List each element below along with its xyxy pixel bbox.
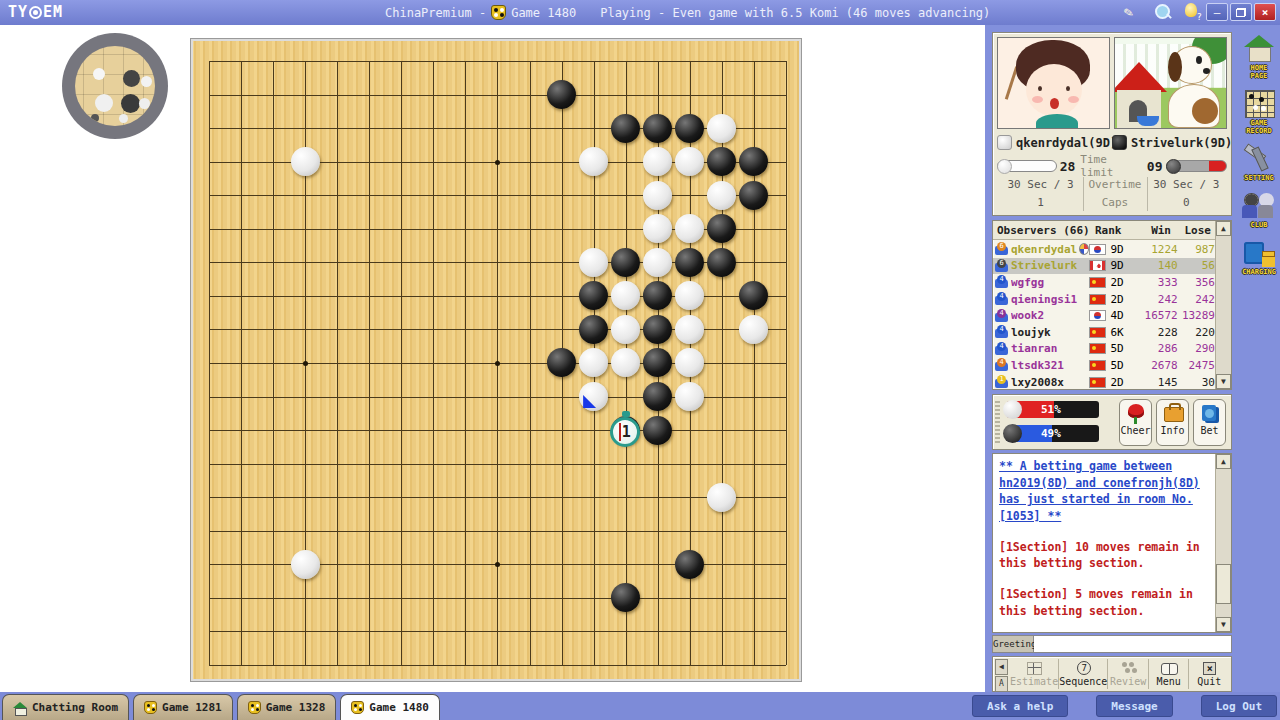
observer-lose: 2475 [1178, 359, 1215, 372]
white-stone [675, 315, 704, 344]
scroll-down-icon[interactable]: ▼ [1216, 617, 1231, 632]
black-stone-icon [1112, 135, 1127, 150]
flag-cn-icon [1089, 360, 1106, 371]
sidebar-item-label: CHARGING [1239, 268, 1279, 276]
house-icon [13, 702, 27, 714]
star-point [303, 361, 308, 366]
board-icon [144, 701, 157, 714]
white-caps: 1 [997, 196, 1084, 209]
observer-win: 333 [1138, 276, 1177, 289]
observer-row[interactable]: 4ltsdk3215D26782475 [993, 357, 1215, 374]
grid-line-h [209, 464, 786, 465]
log-out-button[interactable]: Log Out [1201, 695, 1277, 717]
observers-scrollbar[interactable]: ▲ ▼ [1215, 221, 1231, 389]
observer-rank: 2D [1110, 293, 1138, 306]
black-stone [643, 382, 672, 411]
observer-lose: 987 [1178, 243, 1215, 256]
restore-icon [1236, 8, 1246, 17]
observer-row[interactable]: 1lxy2008x2D14530 [993, 374, 1215, 389]
black-bet-bar: 49% [1007, 425, 1099, 442]
flag-cn-icon [1089, 327, 1106, 338]
observer-win: 1224 [1138, 243, 1177, 256]
tab-label: Chatting Room [32, 701, 118, 714]
black-time-value: 09 [1147, 159, 1163, 174]
game-shield-icon [491, 5, 506, 20]
observers-header: Observers (66) Rank Win Lose [993, 221, 1231, 240]
black-stone [611, 248, 640, 277]
sidebar-item-label: HOME PAGE [1239, 64, 1279, 80]
observer-row[interactable]: 4qieningsi12D242242 [993, 291, 1215, 308]
thumb-level-icon: 4 [995, 276, 1009, 288]
title-bar: TYEM ChinaPremium - Game 1480 Playing - … [0, 0, 1280, 25]
observer-rank: 9D [1110, 259, 1138, 272]
white-stone [579, 348, 608, 377]
grid-line-h [209, 497, 786, 498]
logo-stone [95, 94, 113, 112]
black-stone [643, 281, 672, 310]
white-stone [675, 348, 704, 377]
logo-stone [119, 114, 128, 123]
tab-label: Game 1281 [162, 701, 222, 714]
estimate-button[interactable]: Estimate [1010, 659, 1059, 689]
white-stone [707, 181, 736, 210]
rose-icon [1126, 402, 1146, 424]
charge-icon [1242, 239, 1276, 267]
observer-rank: 2D [1110, 376, 1138, 389]
black-stone [739, 181, 768, 210]
black-player-name-cell: Strivelurk(9D) [1112, 135, 1227, 150]
white-stone [291, 550, 320, 579]
observers-panel: Observers (66) Rank Win Lose 6qkenrdydal… [992, 220, 1232, 390]
observer-rank: 5D [1110, 342, 1138, 355]
white-player-name-cell: qkenrdydal(9D) [997, 135, 1112, 150]
white-player-avatar [997, 37, 1110, 129]
observers-list: 6qkenrdydal 9D12249876Strivelurk9D140564… [993, 241, 1215, 389]
black-stone [547, 348, 576, 377]
sidebar-icon-strip: HOME PAGEGAME RECORDSETTINGCLUBCHARGING [1238, 25, 1280, 692]
help-bulb-icon[interactable] [1182, 2, 1202, 22]
black-player-name: Strivelurk(9D) [1131, 136, 1232, 150]
sidebar-item-club[interactable]: CLUB [1239, 192, 1279, 229]
observer-row[interactable]: 6Strivelurk9D14056 [993, 258, 1215, 275]
white-player-name: qkenrdydal(9D) [1016, 136, 1117, 150]
restore-button[interactable] [1230, 3, 1252, 21]
white-bet-percent: 51% [1041, 403, 1061, 416]
black-overtime: 30 Sec / 3 [1146, 178, 1227, 191]
board-icon [351, 701, 364, 714]
observer-rank: 5D [1110, 359, 1138, 372]
black-time-bar [1166, 160, 1227, 172]
minimize-button[interactable]: – [1206, 3, 1228, 21]
betting-panel: 51% 49% CheerInfoBet [992, 394, 1232, 450]
chat-scrollbar[interactable]: ▲ ▼ [1215, 454, 1231, 632]
tygem-logo: TYEM [8, 3, 63, 21]
setting-icon [1242, 145, 1276, 173]
chat-message[interactable]: ** A betting game between hn2019(8D) and… [999, 458, 1211, 525]
col-rank: Rank [1095, 224, 1129, 237]
logo-stone [141, 76, 152, 87]
observer-win: 2678 [1138, 359, 1177, 372]
observer-row[interactable]: 4tianran5D286290 [993, 341, 1215, 358]
black-caps: 0 [1146, 196, 1227, 209]
white-stone [579, 248, 608, 277]
last-move-triangle-marker [583, 395, 596, 408]
observer-name: wgfgg [1011, 276, 1089, 289]
observer-lose: 56 [1178, 259, 1215, 272]
white-stone [611, 315, 640, 344]
cheer-button[interactable]: Cheer [1119, 399, 1152, 446]
sidebar-item-label: GAME RECORD [1239, 119, 1279, 135]
observer-rank: 2D [1110, 276, 1138, 289]
chat-messages: ** A betting game between hn2019(8D) and… [999, 458, 1211, 619]
game-number: Game 1480 [511, 6, 576, 20]
observer-row[interactable]: 6qkenrdydal 9D1224987 [993, 241, 1215, 258]
black-stone-icon [1003, 424, 1022, 443]
white-bet-bar: 51% [1007, 401, 1099, 418]
panel-handle[interactable] [995, 401, 1000, 443]
black-player-avatar [1114, 37, 1227, 129]
search-icon[interactable] [1153, 2, 1173, 22]
chat-panel: ** A betting game between hn2019(8D) and… [992, 453, 1232, 633]
black-stone [547, 80, 576, 109]
white-stone [643, 248, 672, 277]
observer-name: ltsdk321 [1011, 359, 1089, 372]
observer-rank: 4D [1110, 309, 1138, 322]
observer-name: tianran [1011, 342, 1089, 355]
observer-win: 286 [1138, 342, 1177, 355]
chat-message: [1Section] 10 moves remain in this betti… [999, 539, 1211, 572]
logo-stone [139, 98, 150, 109]
thumb-level-icon: 4 [995, 343, 1009, 355]
sidebar-item-game-record[interactable]: GAME RECORD [1239, 90, 1279, 135]
flag-cn-icon [1089, 377, 1106, 388]
sequence-button[interactable]: Sequence [1059, 659, 1108, 689]
grid-line-v [530, 61, 531, 665]
logo-stone-icon [29, 6, 42, 19]
white-stone [707, 483, 736, 512]
go-board[interactable]: 1 [190, 38, 802, 682]
case-icon [1163, 402, 1183, 424]
white-overtime: 30 Sec / 3 [997, 178, 1084, 191]
black-stone [643, 315, 672, 344]
white-time-value: 28 [1060, 159, 1076, 174]
black-stone [643, 416, 672, 445]
thumb-level-icon: 4 [995, 293, 1009, 305]
tygem-client-window: TYEM ChinaPremium - Game 1480 Playing - … [0, 0, 1280, 720]
sidebar-item-label: CLUB [1239, 221, 1279, 229]
tab-chatting-room[interactable]: Chatting Room [2, 694, 129, 720]
logo-stone [123, 70, 140, 87]
club-icon [1242, 192, 1276, 220]
black-stone [611, 583, 640, 612]
review-button[interactable]: Review [1108, 659, 1149, 689]
coins-icon [1200, 402, 1220, 424]
caps-label: Caps [1084, 196, 1145, 209]
grid-line-v [786, 61, 787, 665]
grid-line-h [209, 531, 786, 532]
tab-game-1328[interactable]: Game 1328 [237, 694, 337, 720]
observer-row[interactable]: 4wgfgg2D333356 [993, 274, 1215, 291]
observer-rank: 9D [1110, 243, 1138, 256]
quit-button[interactable]: Quit [1189, 659, 1229, 689]
room-logo [62, 33, 168, 139]
tool-bar: ◀ A EstimateSequenceReviewMenuQuit [992, 656, 1232, 692]
tab-label: Game 1480 [369, 701, 429, 714]
collapse-arrow-icon[interactable]: ◀ [995, 659, 1008, 675]
thumb-level-icon: 4 [995, 326, 1009, 338]
sidebar-item-label: SETTING [1239, 174, 1279, 182]
thumb-level-icon: 6 [995, 260, 1009, 272]
game-status: Playing - Even game with 6.5 Komi (46 mo… [600, 6, 990, 20]
observer-row[interactable]: 4loujyk6K228220 [993, 324, 1215, 341]
scroll-thumb[interactable] [1216, 564, 1231, 603]
memo-icon[interactable]: ✎ [1122, 0, 1145, 23]
tab-label: Game 1328 [266, 701, 326, 714]
observer-name: qkenrdydal [1011, 243, 1089, 256]
rev-icon [1120, 660, 1136, 676]
a-button[interactable]: A [995, 676, 1008, 692]
window-title: ChinaPremium - Game 1480 Playing - Even … [385, 5, 990, 20]
thumb-level-icon: 1 [995, 376, 1009, 388]
logo-text-right: EM [43, 3, 63, 21]
overtime-label: Overtime [1084, 178, 1145, 191]
scroll-up-icon[interactable]: ▲ [1216, 221, 1231, 236]
flag-ca-icon [1089, 260, 1106, 271]
room-name: ChinaPremium - [385, 6, 486, 20]
flag-cn-icon [1089, 294, 1106, 305]
thumb-level-icon: 4 [995, 359, 1009, 371]
observer-win: 140 [1138, 259, 1177, 272]
mini-avatar-icon [1079, 243, 1089, 255]
black-stone [739, 147, 768, 176]
ask-a-help-button[interactable]: Ask a help [972, 695, 1068, 717]
observer-lose: 13289 [1178, 309, 1215, 322]
flag-kr-icon [1089, 310, 1106, 321]
flag-cn-icon [1089, 343, 1106, 354]
thumb-level-icon: 4 [995, 310, 1009, 322]
black-stone [611, 114, 640, 143]
chat-input[interactable] [1034, 635, 1232, 653]
flag-cn-icon [1089, 277, 1106, 288]
greeting-button[interactable]: Greeting [992, 635, 1034, 653]
white-stone [675, 214, 704, 243]
book-icon [1161, 660, 1177, 676]
menu-button[interactable]: Menu [1149, 659, 1190, 689]
white-stone [707, 114, 736, 143]
player-info-panel: qkenrdydal(9D) Strivelurk(9D) 28 Time li… [992, 32, 1232, 216]
white-stone [291, 147, 320, 176]
black-stone [707, 248, 736, 277]
white-stone [611, 348, 640, 377]
info-button[interactable]: Info [1156, 399, 1189, 446]
sidebar-item-setting[interactable]: SETTING [1239, 145, 1279, 182]
observer-row[interactable]: 4wook24D1657213289 [993, 307, 1215, 324]
star-point [495, 361, 500, 366]
white-stone [739, 315, 768, 344]
close-button[interactable]: × [1254, 3, 1276, 21]
room-logo-board [75, 46, 155, 126]
right-panel: qkenrdydal(9D) Strivelurk(9D) 28 Time li… [985, 25, 1280, 692]
observer-name: qieningsi1 [1011, 293, 1089, 306]
grid-line-h [209, 665, 786, 666]
black-stone [707, 214, 736, 243]
white-stone [643, 214, 672, 243]
bet-button[interactable]: Bet [1193, 399, 1226, 446]
logo-stone [121, 94, 140, 113]
black-stone [675, 114, 704, 143]
logo-stone [91, 114, 99, 122]
observer-lose: 30 [1178, 376, 1215, 389]
sidebar-item-home-page[interactable]: HOME PAGE [1239, 35, 1279, 80]
white-stone [579, 147, 608, 176]
black-stone [579, 315, 608, 344]
observer-win: 145 [1138, 376, 1177, 389]
black-stone [739, 281, 768, 310]
home-icon [1242, 35, 1276, 63]
white-stone [675, 147, 704, 176]
star-point [495, 562, 500, 567]
black-bet-percent: 49% [1041, 427, 1061, 440]
observer-name: lxy2008x [1011, 376, 1089, 389]
time-limit-label: Time limit [1080, 153, 1142, 179]
black-stone [579, 281, 608, 310]
seq-icon [1075, 660, 1091, 676]
black-stone [675, 550, 704, 579]
quit-icon [1201, 660, 1217, 676]
observer-win: 242 [1138, 293, 1177, 306]
grid-icon [1026, 660, 1042, 676]
tab-game-1480[interactable]: Game 1480 [340, 694, 440, 720]
scroll-up-icon[interactable]: ▲ [1216, 454, 1231, 469]
message-button[interactable]: Message [1096, 695, 1172, 717]
white-stone [643, 147, 672, 176]
observer-win: 16572 [1138, 309, 1177, 322]
time-grid: 28 Time limit 09 30 Sec / 3 Overtime 30 … [997, 157, 1227, 211]
col-lose: Lose [1171, 224, 1211, 237]
white-time-bar [997, 160, 1057, 172]
col-win: Win [1129, 224, 1171, 237]
observer-lose: 242 [1178, 293, 1215, 306]
logo-text-left: TY [8, 3, 28, 21]
tab-game-1281[interactable]: Game 1281 [133, 694, 233, 720]
grid-line-h [209, 598, 786, 599]
grid-line-h [209, 430, 786, 431]
white-stone-icon [997, 135, 1012, 150]
board-icon [248, 701, 261, 714]
observer-lose: 220 [1178, 326, 1215, 339]
white-stone [579, 382, 608, 411]
white-stone-icon [1003, 400, 1022, 419]
record-icon [1242, 90, 1276, 118]
black-stone [675, 248, 704, 277]
observers-count: Observers (66) [993, 224, 1095, 237]
sidebar-item-charging[interactable]: CHARGING [1239, 239, 1279, 276]
black-stone [643, 114, 672, 143]
black-stone [707, 147, 736, 176]
white-stone [675, 382, 704, 411]
grid-line-h [209, 631, 786, 632]
observer-lose: 356 [1178, 276, 1215, 289]
white-stone [675, 281, 704, 310]
white-stone [611, 281, 640, 310]
observer-name: wook2 [1011, 309, 1089, 322]
observer-rank: 6K [1110, 326, 1138, 339]
observer-name: Strivelurk [1011, 259, 1089, 272]
flag-kr-icon [1089, 244, 1106, 255]
byoyomi-clock-icon: 1 [610, 417, 640, 447]
star-point [495, 160, 500, 165]
logo-stone [93, 68, 105, 80]
black-stone [643, 348, 672, 377]
chat-message: [1Section] 5 moves remain in this bettin… [999, 586, 1211, 619]
white-stone [643, 181, 672, 210]
thumb-level-icon: 6 [995, 243, 1009, 255]
chat-input-row: Greeting [992, 635, 1232, 653]
observer-lose: 290 [1178, 342, 1215, 355]
scroll-down-icon[interactable]: ▼ [1216, 374, 1231, 389]
observer-name: loujyk [1011, 326, 1089, 339]
observer-win: 228 [1138, 326, 1177, 339]
bottom-taskbar: Chatting RoomGame 1281Game 1328Game 1480… [0, 692, 1280, 720]
